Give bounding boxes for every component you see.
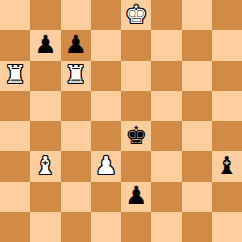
piece-white-king-e8[interactable]: ♚ (125, 2, 147, 27)
square-d8[interactable] (91, 0, 121, 30)
square-f6[interactable] (151, 61, 181, 91)
square-h2[interactable] (212, 182, 242, 212)
square-b1[interactable] (30, 212, 60, 242)
square-c7[interactable]: ♟ (61, 30, 91, 60)
square-b6[interactable] (30, 61, 60, 91)
piece-black-king-e4[interactable]: ♚ (125, 123, 147, 148)
square-c5[interactable] (61, 91, 91, 121)
square-h8[interactable] (212, 0, 242, 30)
square-c2[interactable] (61, 182, 91, 212)
square-g7[interactable] (182, 30, 212, 60)
square-d7[interactable] (91, 30, 121, 60)
square-h4[interactable] (212, 121, 242, 151)
square-f3[interactable] (151, 151, 181, 181)
square-a8[interactable] (0, 0, 30, 30)
square-e2[interactable]: ♟ (121, 182, 151, 212)
square-c4[interactable] (61, 121, 91, 151)
square-f8[interactable] (151, 0, 181, 30)
square-e6[interactable] (121, 61, 151, 91)
square-d5[interactable] (91, 91, 121, 121)
square-b5[interactable] (30, 91, 60, 121)
square-f4[interactable] (151, 121, 181, 151)
square-h6[interactable] (212, 61, 242, 91)
square-a7[interactable] (0, 30, 30, 60)
square-f1[interactable] (151, 212, 181, 242)
square-e4[interactable]: ♚ (121, 121, 151, 151)
square-c3[interactable] (61, 151, 91, 181)
chess-board: ♚♟♟♜♜♚♝♟♝♟ (0, 0, 242, 242)
piece-black-pawn-c7[interactable]: ♟ (64, 32, 86, 57)
piece-white-bishop-b3[interactable]: ♝ (34, 153, 56, 178)
square-d4[interactable] (91, 121, 121, 151)
square-e8[interactable]: ♚ (121, 0, 151, 30)
square-e5[interactable] (121, 91, 151, 121)
square-h5[interactable] (212, 91, 242, 121)
square-b7[interactable]: ♟ (30, 30, 60, 60)
square-a6[interactable]: ♜ (0, 61, 30, 91)
square-g4[interactable] (182, 121, 212, 151)
piece-white-rook-a6[interactable]: ♜ (4, 62, 26, 87)
square-d1[interactable] (91, 212, 121, 242)
square-a1[interactable] (0, 212, 30, 242)
piece-white-pawn-d3[interactable]: ♟ (95, 153, 117, 178)
square-a5[interactable] (0, 91, 30, 121)
square-f2[interactable] (151, 182, 181, 212)
square-h1[interactable] (212, 212, 242, 242)
square-e1[interactable] (121, 212, 151, 242)
square-a4[interactable] (0, 121, 30, 151)
square-h3[interactable]: ♝ (212, 151, 242, 181)
piece-black-bishop-h3[interactable]: ♝ (216, 153, 238, 178)
square-c6[interactable]: ♜ (61, 61, 91, 91)
square-e7[interactable] (121, 30, 151, 60)
square-c8[interactable] (61, 0, 91, 30)
square-a3[interactable] (0, 151, 30, 181)
square-f7[interactable] (151, 30, 181, 60)
square-c1[interactable] (61, 212, 91, 242)
square-f5[interactable] (151, 91, 181, 121)
square-d2[interactable] (91, 182, 121, 212)
square-g5[interactable] (182, 91, 212, 121)
square-b2[interactable] (30, 182, 60, 212)
square-g6[interactable] (182, 61, 212, 91)
square-e3[interactable] (121, 151, 151, 181)
square-a2[interactable] (0, 182, 30, 212)
square-b8[interactable] (30, 0, 60, 30)
square-d6[interactable] (91, 61, 121, 91)
square-h7[interactable] (212, 30, 242, 60)
square-d3[interactable]: ♟ (91, 151, 121, 181)
square-g2[interactable] (182, 182, 212, 212)
square-b4[interactable] (30, 121, 60, 151)
square-g8[interactable] (182, 0, 212, 30)
square-b3[interactable]: ♝ (30, 151, 60, 181)
square-g3[interactable] (182, 151, 212, 181)
piece-black-pawn-e2[interactable]: ♟ (125, 183, 147, 208)
piece-black-pawn-b7[interactable]: ♟ (34, 32, 56, 57)
square-g1[interactable] (182, 212, 212, 242)
piece-white-rook-c6[interactable]: ♜ (64, 62, 86, 87)
